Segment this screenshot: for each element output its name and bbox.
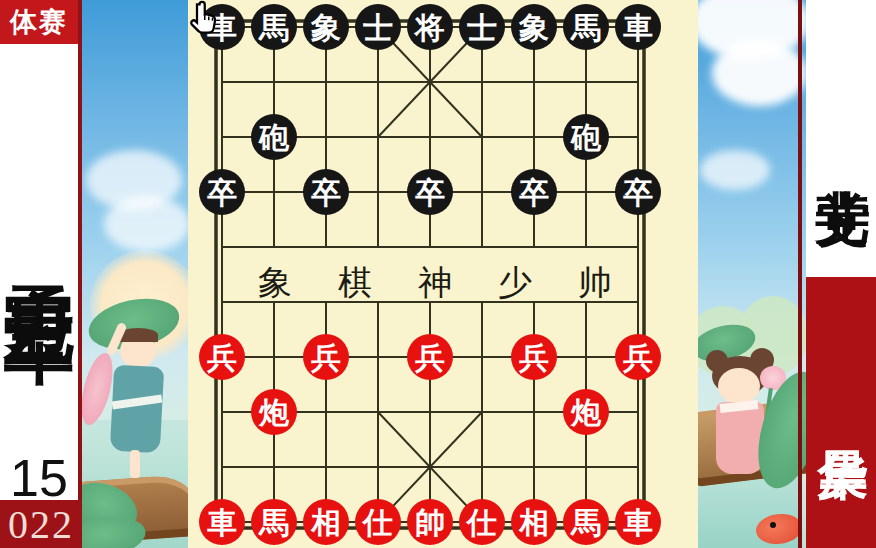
piece-black-pawn[interactable]: 卒	[303, 169, 349, 215]
player-name-top: 党斐	[806, 55, 876, 235]
piece-red-elephant[interactable]: 相	[303, 499, 349, 545]
piece-black-pawn[interactable]: 卒	[407, 169, 453, 215]
series-title-number: 15	[0, 448, 78, 508]
piece-black-pawn[interactable]: 卒	[199, 169, 245, 215]
player-name-bottom: 华晨昊	[806, 295, 876, 525]
cartoon-boy-scene	[82, 260, 188, 548]
boy-robe	[110, 365, 164, 453]
piece-red-rook[interactable]: 車	[199, 499, 245, 545]
piece-red-cannon[interactable]: 炮	[563, 389, 609, 435]
piece-red-pawn[interactable]: 兵	[511, 334, 557, 380]
piece-black-pawn[interactable]: 卒	[511, 169, 557, 215]
girl-dress	[716, 402, 764, 474]
piece-red-advisor[interactable]: 仕	[355, 499, 401, 545]
episode-number: 022	[8, 501, 74, 548]
boy-legs	[130, 450, 140, 478]
event-label-box: 体赛	[0, 0, 78, 44]
cloud	[700, 150, 770, 190]
piece-red-rook[interactable]: 車	[615, 499, 661, 545]
cartoon-girl-scene	[698, 290, 798, 548]
left-banner: 体赛 勇冠三军 15 022	[0, 0, 82, 548]
piece-red-horse[interactable]: 馬	[251, 499, 297, 545]
piece-red-pawn[interactable]: 兵	[407, 334, 453, 380]
piece-black-horse[interactable]: 馬	[563, 4, 609, 50]
piece-red-pawn[interactable]: 兵	[199, 334, 245, 380]
cloud	[712, 40, 807, 106]
piece-black-general[interactable]: 将	[407, 4, 453, 50]
piece-red-horse[interactable]: 馬	[563, 499, 609, 545]
piece-black-horse[interactable]: 馬	[251, 4, 297, 50]
piece-black-cannon[interactable]: 砲	[563, 114, 609, 160]
piece-black-pawn[interactable]: 卒	[615, 169, 661, 215]
piece-black-elephant[interactable]: 象	[303, 4, 349, 50]
piece-red-advisor[interactable]: 仕	[459, 499, 505, 545]
piece-red-elephant[interactable]: 相	[511, 499, 557, 545]
xiangqi-board[interactable]: 象棋神少帅 車馬象士将士象馬車砲砲卒卒卒卒卒兵兵兵兵兵炮炮車馬相仕帥仕相馬車	[188, 0, 698, 548]
event-label: 体赛	[10, 4, 68, 40]
piece-black-advisor[interactable]: 士	[355, 4, 401, 50]
piece-black-rook[interactable]: 車	[199, 4, 245, 50]
episode-number-box: 022	[0, 500, 82, 548]
piece-red-pawn[interactable]: 兵	[615, 334, 661, 380]
screenshot-root: 象棋神少帅 車馬象士将士象馬車砲砲卒卒卒卒卒兵兵兵兵兵炮炮車馬相仕帥仕相馬車 体…	[0, 0, 876, 548]
piece-red-general[interactable]: 帥	[407, 499, 453, 545]
series-title: 勇冠三军	[0, 50, 78, 450]
piece-red-pawn[interactable]: 兵	[303, 334, 349, 380]
piece-black-advisor[interactable]: 士	[459, 4, 505, 50]
piece-black-rook[interactable]: 車	[615, 4, 661, 50]
right-player-strip: 党斐 华晨昊	[798, 0, 876, 548]
piece-red-cannon[interactable]: 炮	[251, 389, 297, 435]
piece-black-elephant[interactable]: 象	[511, 4, 557, 50]
board-pieces: 車馬象士将士象馬車砲砲卒卒卒卒卒兵兵兵兵兵炮炮車馬相仕帥仕相馬車	[188, 0, 698, 548]
fish-eye	[770, 522, 776, 528]
piece-black-cannon[interactable]: 砲	[251, 114, 297, 160]
cloud	[104, 196, 190, 252]
girl-face	[718, 368, 760, 404]
